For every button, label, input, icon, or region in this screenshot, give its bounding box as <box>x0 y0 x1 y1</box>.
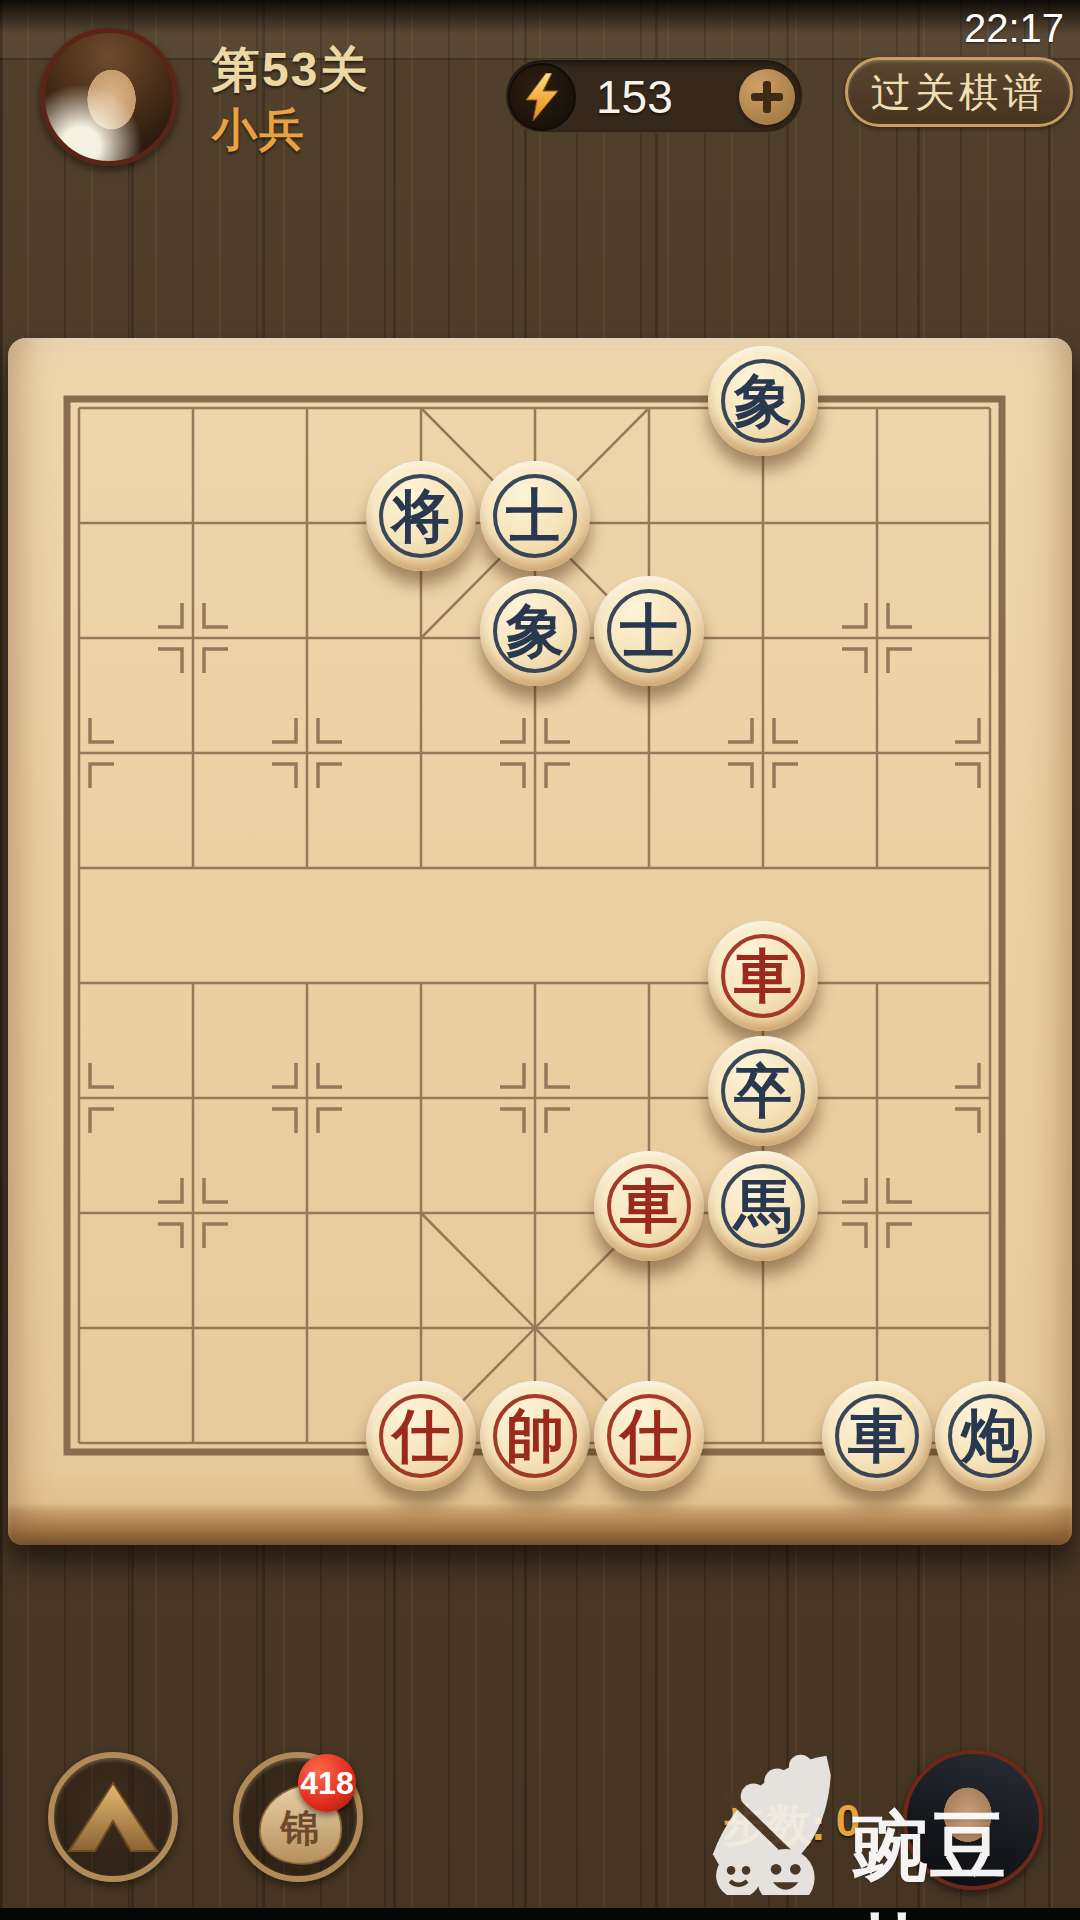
step-counter: 步数: 0 <box>723 1796 860 1855</box>
pieces-layer: 象将士象士車卒車馬仕帥仕車炮 <box>0 0 1080 1920</box>
piece-glyph: 士 <box>506 487 564 545</box>
piece-glyph: 象 <box>734 372 792 430</box>
piece-glyph: 炮 <box>961 1407 1019 1465</box>
piece-red-車[interactable]: 車 <box>708 921 818 1031</box>
piece-glyph: 馬 <box>734 1177 792 1235</box>
piece-black-士[interactable]: 士 <box>594 576 704 686</box>
level-difficulty: 小兵 <box>212 100 306 160</box>
chevron-up-icon <box>67 1777 159 1857</box>
piece-black-士[interactable]: 士 <box>480 461 590 571</box>
piece-glyph: 車 <box>848 1407 906 1465</box>
step-counter-value: 0 <box>836 1796 860 1855</box>
step-counter-label: 步数: <box>723 1796 826 1855</box>
piece-glyph: 士 <box>620 602 678 660</box>
piece-black-炮[interactable]: 炮 <box>935 1381 1045 1491</box>
top-shade <box>0 0 1080 34</box>
add-energy-button[interactable] <box>739 69 795 125</box>
menu-toggle-button[interactable] <box>48 1752 178 1882</box>
piece-glyph: 車 <box>620 1177 678 1235</box>
bottom-black-bar <box>0 1908 1080 1920</box>
level-title: 第53关 <box>212 38 369 102</box>
piece-black-将[interactable]: 将 <box>366 461 476 571</box>
piece-black-象[interactable]: 象 <box>708 346 818 456</box>
watermark-avatar <box>903 1750 1043 1890</box>
piece-red-車[interactable]: 車 <box>594 1151 704 1261</box>
piece-glyph: 象 <box>506 602 564 660</box>
energy-value: 153 <box>596 60 673 134</box>
status-time: 22:17 <box>964 6 1064 51</box>
energy-counter: 153 <box>505 59 803 133</box>
bag-badge-count: 418 <box>298 1754 356 1812</box>
piece-red-仕[interactable]: 仕 <box>366 1381 476 1491</box>
piece-black-象[interactable]: 象 <box>480 576 590 686</box>
piece-red-仕[interactable]: 仕 <box>594 1381 704 1491</box>
piece-black-馬[interactable]: 馬 <box>708 1151 818 1261</box>
piece-glyph: 帥 <box>506 1407 564 1465</box>
piece-black-卒[interactable]: 卒 <box>708 1036 818 1146</box>
svg-text:锦: 锦 <box>279 1805 319 1850</box>
piece-black-車[interactable]: 車 <box>822 1381 932 1491</box>
piece-glyph: 卒 <box>734 1062 792 1120</box>
level-record-button[interactable]: 过关棋谱 <box>845 57 1073 127</box>
piece-glyph: 将 <box>392 487 450 545</box>
piece-glyph: 仕 <box>620 1407 678 1465</box>
piece-glyph: 仕 <box>392 1407 450 1465</box>
lightning-icon <box>508 63 576 131</box>
app-screen: 象将士象士車卒車馬仕帥仕車炮 第53关 小兵 153 过关棋谱 22:17 <box>0 0 1080 1920</box>
piece-red-帥[interactable]: 帥 <box>480 1381 590 1491</box>
player-avatar[interactable] <box>40 28 178 166</box>
piece-glyph: 車 <box>734 947 792 1005</box>
